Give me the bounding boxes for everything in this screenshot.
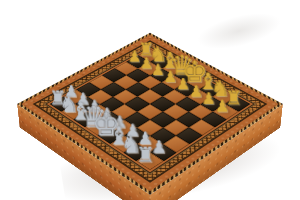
leather-margin: ♜♞♝♛♚♝♞♜♟♟♟♟♟♟♟♟♟♟♟♟♟♟♟♟♜♞♝♛♚♝♞♜: [21, 35, 278, 192]
piece-gold-pawn: ♟: [163, 71, 177, 85]
square-g6: [188, 104, 213, 119]
piece-gold-pawn: ♟: [176, 78, 190, 92]
piece-gold-pawn: ♟: [215, 100, 230, 115]
case-top-beaded-rim: ♜♞♝♛♚♝♞♜♟♟♟♟♟♟♟♟♟♟♟♟♟♟♟♟♜♞♝♛♚♝♞♜: [17, 33, 283, 195]
piece-gold-pawn: ♟: [201, 92, 215, 106]
chess-case: ♜♞♝♛♚♝♞♜♟♟♟♟♟♟♟♟♟♟♟♟♟♟♟♟♜♞♝♛♚♝♞♜: [17, 33, 283, 195]
scene: ♜♞♝♛♚♝♞♜♟♟♟♟♟♟♟♟♟♟♟♟♟♟♟♟♜♞♝♛♚♝♞♜: [0, 0, 300, 200]
product-photo-stage: ♜♞♝♛♚♝♞♜♟♟♟♟♟♟♟♟♟♟♟♟♟♟♟♟♜♞♝♛♚♝♞♜: [0, 0, 300, 200]
square-d5: [138, 89, 163, 104]
piece-silver-rook: ♜: [136, 146, 155, 165]
